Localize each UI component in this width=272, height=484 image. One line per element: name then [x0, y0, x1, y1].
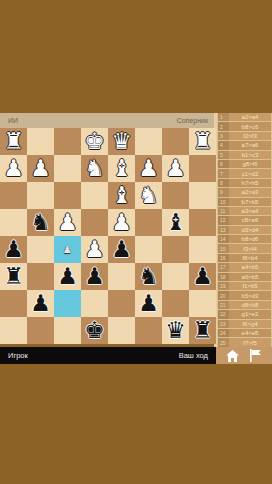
move-row[interactable]: 18a6>b5	[217, 273, 272, 282]
square-c8[interactable]	[135, 317, 162, 344]
square-a8[interactable]: ♜	[189, 317, 216, 344]
move-text: a3>a4	[229, 208, 271, 214]
opponent-bar: ИИ Соперник	[0, 113, 216, 128]
move-row[interactable]: 4a7>a6	[217, 141, 272, 150]
square-c6[interactable]: ♞	[135, 263, 162, 290]
square-d2[interactable]: ♝	[108, 155, 135, 182]
move-row[interactable]: 16f8>b4	[217, 254, 272, 263]
move-text: f7>f5	[229, 340, 271, 346]
move-number: 24	[218, 329, 229, 337]
piece-black-rook: ♜	[189, 317, 216, 344]
square-c5[interactable]	[135, 236, 162, 263]
move-text: c8>a6	[229, 217, 271, 223]
move-row[interactable]: 8h7>h5	[217, 179, 272, 188]
piece-white-pawn: ♟	[135, 155, 162, 182]
move-number: 2	[218, 122, 229, 130]
piece-black-pawn: ♟	[27, 290, 54, 317]
square-c7[interactable]: ♟	[135, 290, 162, 317]
move-text: b1>c3	[229, 152, 271, 158]
square-e7[interactable]	[81, 290, 108, 317]
move-text: a6>b5	[229, 274, 271, 280]
piece-black-pawn: ♟	[0, 236, 27, 263]
action-icon-strip	[216, 347, 272, 364]
move-number: 23	[218, 320, 229, 328]
square-e4[interactable]	[81, 209, 108, 236]
move-number: 11	[218, 207, 229, 215]
move-number: 4	[218, 141, 229, 149]
square-b3[interactable]	[162, 182, 189, 209]
move-row[interactable]: 11a3>a4	[217, 207, 272, 216]
piece-white-bishop: ♝	[108, 182, 135, 209]
move-number: 8	[218, 179, 229, 187]
chess-board[interactable]: ♜♚♛♜♟♟♞♝♟♟♝♞♞♟♟♝♟♟♟♟♜♟♟♞♟♟♟♚♛♜	[0, 128, 216, 344]
move-number: 14	[218, 235, 229, 243]
move-list[interactable]: 1a2>a42b8>c63f2>f34a7>a65b1>c36g8>f67c1>…	[217, 113, 272, 348]
move-text: f1>b5	[229, 283, 271, 289]
square-a6[interactable]: ♟	[189, 263, 216, 290]
piece-white-pawn: ♟	[54, 209, 81, 236]
move-row[interactable]: 9a2>a3	[217, 188, 272, 197]
piece-black-pawn: ♟	[81, 263, 108, 290]
move-row[interactable]: 14b8>d6	[217, 235, 272, 244]
move-number: 25	[218, 338, 229, 346]
square-d3[interactable]: ♝	[108, 182, 135, 209]
player-bar: Игрок Ваш ход	[0, 347, 216, 364]
square-g4[interactable]: ♞	[27, 209, 54, 236]
move-row[interactable]: 13d3>d4	[217, 226, 272, 235]
square-e1[interactable]: ♚	[81, 128, 108, 155]
square-b6[interactable]	[162, 263, 189, 290]
piece-white-pawn: ♟	[27, 155, 54, 182]
piece-black-rook: ♜	[0, 263, 27, 290]
move-number: 6	[218, 160, 229, 168]
square-a1[interactable]: ♜	[189, 128, 216, 155]
square-e8[interactable]: ♚	[81, 317, 108, 344]
piece-black-knight: ♞	[27, 209, 54, 236]
square-g3[interactable]	[27, 182, 54, 209]
move-text: d8>b8	[229, 302, 271, 308]
square-h8[interactable]	[0, 317, 27, 344]
square-g2[interactable]: ♟	[27, 155, 54, 182]
move-number: 3	[218, 132, 229, 140]
move-row[interactable]: 20b5>d3	[217, 291, 272, 300]
move-row[interactable]: 2b8>c6	[217, 122, 272, 131]
move-number: 9	[218, 188, 229, 196]
square-h1[interactable]: ♜	[0, 128, 27, 155]
square-c3[interactable]: ♞	[135, 182, 162, 209]
move-number: 5	[218, 151, 229, 159]
square-b5[interactable]	[162, 236, 189, 263]
move-number: 10	[218, 198, 229, 206]
piece-white-king: ♚	[81, 128, 108, 155]
move-number: 16	[218, 254, 229, 262]
move-number: 21	[218, 301, 229, 309]
square-e6[interactable]: ♟	[81, 263, 108, 290]
move-row[interactable]: 21d8>b8	[217, 301, 272, 310]
square-a5[interactable]	[189, 236, 216, 263]
move-text: b7>b5	[229, 199, 271, 205]
move-row[interactable]: 5b1>c3	[217, 151, 272, 160]
square-d7[interactable]	[108, 290, 135, 317]
move-text: g1>e2	[229, 311, 271, 317]
piece-white-pawn: ♟	[162, 155, 189, 182]
move-row[interactable]: 15f3>f4	[217, 244, 272, 253]
move-text: a7>a6	[229, 142, 271, 148]
move-row[interactable]: 1a2>a4	[217, 113, 272, 122]
move-text: a2>a3	[229, 189, 271, 195]
piece-black-knight: ♞	[135, 263, 162, 290]
square-f2[interactable]	[54, 155, 81, 182]
move-number: 17	[218, 263, 229, 271]
player-label: Игрок	[8, 351, 28, 360]
move-text: f8>b4	[229, 255, 271, 261]
square-d8[interactable]	[108, 317, 135, 344]
move-row[interactable]: 23f6>g4	[217, 320, 272, 329]
move-text: e4>e5	[229, 330, 271, 336]
move-text: f3>f4	[229, 246, 271, 252]
home-icon	[226, 350, 239, 362]
square-b7[interactable]	[162, 290, 189, 317]
move-text: b8>d6	[229, 236, 271, 242]
move-row[interactable]: 24e4>e5	[217, 329, 272, 338]
move-number: 15	[218, 244, 229, 252]
piece-black-queen: ♛	[162, 317, 189, 344]
move-text: f2>f3	[229, 133, 271, 139]
move-number: 22	[218, 310, 229, 318]
square-h7[interactable]	[0, 290, 27, 317]
move-number: 13	[218, 226, 229, 234]
move-text: d3>d4	[229, 227, 271, 233]
square-f6[interactable]: ♟	[54, 263, 81, 290]
square-g8[interactable]	[27, 317, 54, 344]
piece-white-pawn: ♟	[81, 236, 108, 263]
move-number: 12	[218, 216, 229, 224]
move-number: 7	[218, 169, 229, 177]
move-text: f6>g4	[229, 321, 271, 327]
square-f8[interactable]	[54, 317, 81, 344]
square-d5[interactable]: ♟	[108, 236, 135, 263]
turn-status-label: Ваш ход	[179, 351, 208, 360]
move-row[interactable]: 6g8>f6	[217, 160, 272, 169]
move-row[interactable]: 22g1>e2	[217, 310, 272, 319]
piece-white-pawn: ♟	[0, 155, 27, 182]
square-b4[interactable]: ♝	[162, 209, 189, 236]
home-button[interactable]	[226, 349, 240, 362]
move-number: 20	[218, 291, 229, 299]
piece-white-queen: ♛	[108, 128, 135, 155]
move-text: c1>d2	[229, 171, 271, 177]
square-h5[interactable]: ♟	[0, 236, 27, 263]
square-e5[interactable]: ♟	[81, 236, 108, 263]
square-b2[interactable]: ♟	[162, 155, 189, 182]
square-h4[interactable]	[0, 209, 27, 236]
move-number: 19	[218, 282, 229, 290]
move-number: 1	[218, 113, 229, 121]
flag-icon	[250, 349, 262, 362]
move-text: h7>h5	[229, 180, 271, 186]
ai-label: ИИ	[8, 117, 18, 124]
square-c1[interactable]	[135, 128, 162, 155]
opponent-status-label: Соперник	[177, 117, 208, 124]
piece-black-pawn: ♟	[189, 263, 216, 290]
resign-flag-button[interactable]	[249, 349, 263, 362]
piece-black-king: ♚	[81, 317, 108, 344]
move-row[interactable]: 7c1>d2	[217, 169, 272, 178]
square-a4[interactable]	[189, 209, 216, 236]
move-row[interactable]: 19f1>b5	[217, 282, 272, 291]
square-b8[interactable]: ♛	[162, 317, 189, 344]
square-g1[interactable]	[27, 128, 54, 155]
move-text: b5>d3	[229, 293, 271, 299]
square-b1[interactable]	[162, 128, 189, 155]
move-text: g8>f6	[229, 161, 271, 167]
move-text: a2>a4	[229, 114, 271, 120]
piece-white-bishop: ♝	[108, 155, 135, 182]
square-h3[interactable]	[0, 182, 27, 209]
square-d1[interactable]: ♛	[108, 128, 135, 155]
square-a7[interactable]	[189, 290, 216, 317]
square-g7[interactable]: ♟	[27, 290, 54, 317]
move-row[interactable]: 17a4>b5	[217, 263, 272, 272]
piece-white-pawn: ♟	[108, 209, 135, 236]
square-f4[interactable]: ♟	[54, 209, 81, 236]
square-f7[interactable]	[54, 290, 81, 317]
move-row[interactable]: 10b7>b5	[217, 198, 272, 207]
square-c4[interactable]	[135, 209, 162, 236]
chess-app-window: ИИ Соперник ♜♚♛♜♟♟♞♝♟♟♝♞♞♟♟♝♟♟♟♟♜♟♟♞♟♟♟♚…	[0, 0, 272, 484]
piece-white-knight: ♞	[81, 155, 108, 182]
move-row[interactable]: 12c8>a6	[217, 216, 272, 225]
piece-black-pawn: ♟	[108, 236, 135, 263]
square-e2[interactable]: ♞	[81, 155, 108, 182]
piece-black-pawn: ♟	[54, 263, 81, 290]
piece-white-rook: ♜	[0, 128, 27, 155]
square-g5[interactable]	[27, 236, 54, 263]
square-f3[interactable]	[54, 182, 81, 209]
piece-white-rook: ♜	[189, 128, 216, 155]
square-f5[interactable]: ♟	[54, 236, 81, 263]
square-h6[interactable]: ♜	[0, 263, 27, 290]
square-c2[interactable]: ♟	[135, 155, 162, 182]
move-row[interactable]: 3f2>f3	[217, 132, 272, 141]
piece-white-knight: ♞	[135, 182, 162, 209]
square-d4[interactable]: ♟	[108, 209, 135, 236]
move-number: 18	[218, 273, 229, 281]
square-f1[interactable]	[54, 128, 81, 155]
square-a3[interactable]	[189, 182, 216, 209]
square-g6[interactable]	[27, 263, 54, 290]
square-e3[interactable]	[81, 182, 108, 209]
piece-black-pawn: ♟	[135, 290, 162, 317]
square-h2[interactable]: ♟	[0, 155, 27, 182]
square-a2[interactable]	[189, 155, 216, 182]
piece-black-bishop: ♝	[162, 209, 189, 236]
move-text: b8>c6	[229, 124, 271, 130]
move-text: a4>b5	[229, 264, 271, 270]
moving-pawn-ghost-icon: ♟	[54, 236, 81, 263]
square-d6[interactable]	[108, 263, 135, 290]
